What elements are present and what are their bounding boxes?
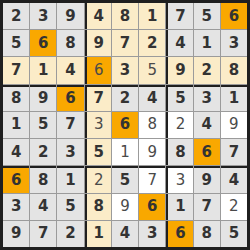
sudoku-cell-r8c8[interactable]: 7 (194, 194, 220, 220)
sudoku-cell-r5c7[interactable]: 2 (166, 112, 192, 138)
sudoku-cell-r5c2[interactable]: 5 (30, 112, 56, 138)
sudoku-cell-r7c1[interactable]: 6 (3, 166, 29, 192)
sudoku-cell-r9c5[interactable]: 4 (112, 221, 138, 247)
sudoku-cell-r8c5[interactable]: 9 (112, 194, 138, 220)
sudoku-cell-r1c6[interactable]: 1 (139, 3, 165, 29)
sudoku-cell-r1c4[interactable]: 4 (85, 3, 111, 29)
sudoku-cell-r5c8[interactable]: 4 (194, 112, 220, 138)
sudoku-cell-r3c3[interactable]: 4 (57, 57, 83, 83)
sudoku-cell-r4c2[interactable]: 9 (30, 85, 56, 111)
sudoku-cell-r8c7[interactable]: 1 (166, 194, 192, 220)
sudoku-cell-r7c4[interactable]: 2 (85, 166, 111, 192)
sudoku-cell-r6c6[interactable]: 9 (139, 139, 165, 165)
sudoku-cell-r9c1[interactable]: 9 (3, 221, 29, 247)
sudoku-cell-r3c8[interactable]: 2 (194, 57, 220, 83)
sudoku-cell-r1c3[interactable]: 9 (57, 3, 83, 29)
sudoku-cell-r5c5[interactable]: 6 (112, 112, 138, 138)
sudoku-cell-r5c6[interactable]: 8 (139, 112, 165, 138)
sudoku-cell-r2c6[interactable]: 2 (139, 30, 165, 56)
sudoku-cell-r6c1[interactable]: 4 (3, 139, 29, 165)
sudoku-cell-r2c3[interactable]: 8 (57, 30, 83, 56)
sudoku-cell-r8c4[interactable]: 8 (85, 194, 111, 220)
sudoku-cell-r2c2[interactable]: 6 (30, 30, 56, 56)
sudoku-cell-r2c7[interactable]: 4 (166, 30, 192, 56)
sudoku-cell-r3c9[interactable]: 8 (221, 57, 247, 83)
sudoku-cell-r5c1[interactable]: 1 (3, 112, 29, 138)
sudoku-cell-r1c9[interactable]: 6 (221, 3, 247, 29)
sudoku-cell-r7c3[interactable]: 1 (57, 166, 83, 192)
sudoku-cell-r2c8[interactable]: 1 (194, 30, 220, 56)
sudoku-cell-r2c9[interactable]: 3 (221, 30, 247, 56)
sudoku-cell-r8c9[interactable]: 2 (221, 194, 247, 220)
sudoku-cell-r7c5[interactable]: 5 (112, 166, 138, 192)
sudoku-cell-r5c3[interactable]: 7 (57, 112, 83, 138)
sudoku-cell-r3c1[interactable]: 7 (3, 57, 29, 83)
sudoku-cell-r1c7[interactable]: 7 (166, 3, 192, 29)
sudoku-cell-r7c7[interactable]: 3 (166, 166, 192, 192)
sudoku-cell-r3c7[interactable]: 9 (166, 57, 192, 83)
sudoku-cell-r6c4[interactable]: 5 (85, 139, 111, 165)
sudoku-cell-r9c3[interactable]: 2 (57, 221, 83, 247)
sudoku-cell-r5c4[interactable]: 3 (85, 112, 111, 138)
sudoku-cell-r4c5[interactable]: 2 (112, 85, 138, 111)
sudoku-cell-r8c3[interactable]: 5 (57, 194, 83, 220)
sudoku-board: 2394817565689724137146359288967245311573… (0, 0, 250, 250)
sudoku-cell-r6c2[interactable]: 2 (30, 139, 56, 165)
sudoku-cell-r4c9[interactable]: 1 (221, 85, 247, 111)
sudoku-cell-r2c4[interactable]: 9 (85, 30, 111, 56)
sudoku-cell-r3c6[interactable]: 5 (139, 57, 165, 83)
sudoku-cell-r8c1[interactable]: 3 (3, 194, 29, 220)
sudoku-cell-r7c6[interactable]: 7 (139, 166, 165, 192)
sudoku-cell-r1c2[interactable]: 3 (30, 3, 56, 29)
sudoku-cell-r6c5[interactable]: 1 (112, 139, 138, 165)
sudoku-cell-r9c8[interactable]: 8 (194, 221, 220, 247)
sudoku-cell-r7c2[interactable]: 8 (30, 166, 56, 192)
sudoku-cell-r6c3[interactable]: 3 (57, 139, 83, 165)
sudoku-cell-r9c9[interactable]: 5 (221, 221, 247, 247)
sudoku-cell-r1c8[interactable]: 5 (194, 3, 220, 29)
sudoku-cell-r6c8[interactable]: 6 (194, 139, 220, 165)
sudoku-cell-r1c1[interactable]: 2 (3, 3, 29, 29)
sudoku-cell-r2c5[interactable]: 7 (112, 30, 138, 56)
sudoku-cell-r9c7[interactable]: 6 (166, 221, 192, 247)
sudoku-cell-r9c6[interactable]: 3 (139, 221, 165, 247)
sudoku-cell-r4c4[interactable]: 7 (85, 85, 111, 111)
sudoku-cell-r3c5[interactable]: 3 (112, 57, 138, 83)
sudoku-cell-r8c6[interactable]: 6 (139, 194, 165, 220)
sudoku-cell-r2c1[interactable]: 5 (3, 30, 29, 56)
sudoku-cell-r5c9[interactable]: 9 (221, 112, 247, 138)
sudoku-cell-r4c1[interactable]: 8 (3, 85, 29, 111)
sudoku-cell-r8c2[interactable]: 4 (30, 194, 56, 220)
sudoku-cell-r7c8[interactable]: 9 (194, 166, 220, 192)
sudoku-cell-r6c7[interactable]: 8 (166, 139, 192, 165)
sudoku-cell-r9c4[interactable]: 1 (85, 221, 111, 247)
sudoku-cell-r3c2[interactable]: 1 (30, 57, 56, 83)
sudoku-cell-r4c7[interactable]: 5 (166, 85, 192, 111)
sudoku-cell-r7c9[interactable]: 4 (221, 166, 247, 192)
sudoku-cell-r4c6[interactable]: 4 (139, 85, 165, 111)
sudoku-cell-r4c8[interactable]: 3 (194, 85, 220, 111)
sudoku-cell-r3c4[interactable]: 6 (85, 57, 111, 83)
sudoku-cell-r9c2[interactable]: 7 (30, 221, 56, 247)
sudoku-cell-r1c5[interactable]: 8 (112, 3, 138, 29)
sudoku-cell-r6c9[interactable]: 7 (221, 139, 247, 165)
sudoku-cell-r4c3[interactable]: 6 (57, 85, 83, 111)
